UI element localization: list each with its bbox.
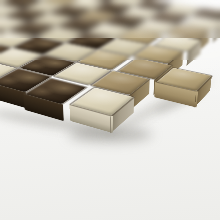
mosaic-tile — [157, 68, 212, 91]
product-photo — [0, 0, 220, 220]
